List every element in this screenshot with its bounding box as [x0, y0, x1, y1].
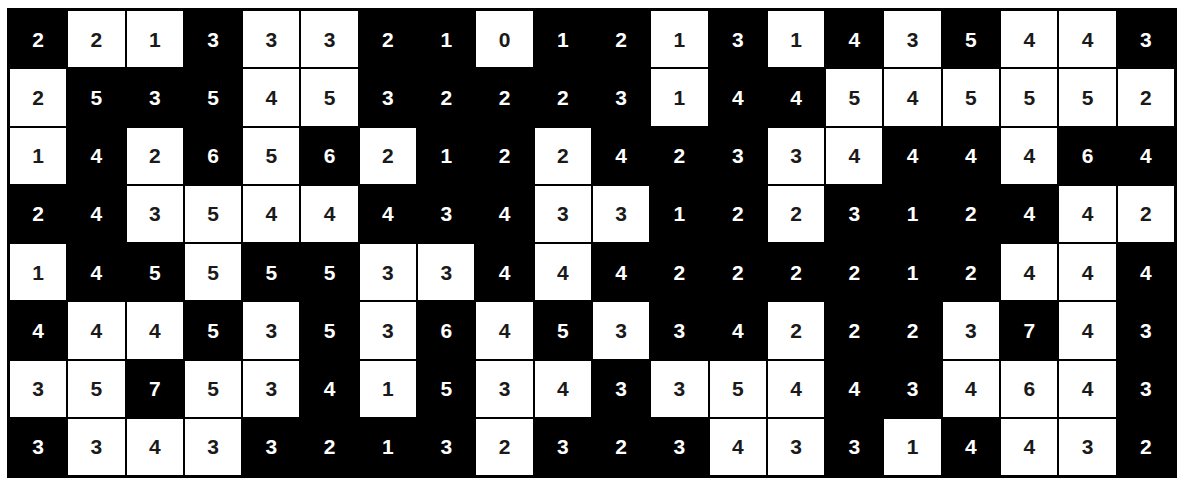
- cell-r8c12[interactable]: 3: [650, 418, 708, 476]
- cell-clue: 4: [965, 145, 977, 166]
- cell-clue: 2: [848, 262, 860, 283]
- cell-clue: 2: [32, 87, 44, 108]
- cell-r3c16[interactable]: 4: [883, 127, 941, 185]
- cell-r3c20[interactable]: 4: [1117, 127, 1175, 185]
- cell-r6c7[interactable]: 3: [359, 301, 417, 359]
- cell-r3c2[interactable]: 4: [67, 127, 125, 185]
- cell-r4c20[interactable]: 2: [1117, 185, 1175, 243]
- cell-clue: 3: [440, 436, 452, 457]
- cell-clue: 5: [91, 378, 103, 399]
- cell-r6c2[interactable]: 4: [67, 301, 125, 359]
- cell-r1c6[interactable]: 3: [300, 10, 358, 68]
- cell-r7c9[interactable]: 3: [475, 360, 533, 418]
- cell-r2c7[interactable]: 3: [359, 68, 417, 126]
- cell-r8c10[interactable]: 3: [534, 418, 592, 476]
- cell-clue: 3: [907, 378, 919, 399]
- cell-clue: 0: [499, 29, 511, 50]
- cell-r6c17[interactable]: 3: [942, 301, 1000, 359]
- cell-clue: 5: [848, 87, 860, 108]
- cell-clue: 3: [790, 145, 802, 166]
- cell-clue: 3: [674, 320, 686, 341]
- cell-r4c2[interactable]: 4: [67, 185, 125, 243]
- cell-clue: 1: [674, 29, 686, 50]
- cell-r4c10[interactable]: 3: [534, 185, 592, 243]
- cell-clue: 5: [324, 87, 336, 108]
- cell-r6c9[interactable]: 4: [475, 301, 533, 359]
- cell-r4c5[interactable]: 4: [242, 185, 300, 243]
- cell-r1c15[interactable]: 4: [825, 10, 883, 68]
- cell-r4c4[interactable]: 5: [184, 185, 242, 243]
- cell-clue: 4: [499, 262, 511, 283]
- cell-r6c8[interactable]: 6: [417, 301, 475, 359]
- cell-r5c8[interactable]: 3: [417, 243, 475, 301]
- cell-clue: 4: [91, 145, 103, 166]
- cell-clue: 3: [557, 436, 569, 457]
- cell-r8c2[interactable]: 3: [67, 418, 125, 476]
- cell-r7c7[interactable]: 1: [359, 360, 417, 418]
- cell-r1c3[interactable]: 1: [126, 10, 184, 68]
- cell-r7c3[interactable]: 7: [126, 360, 184, 418]
- cell-clue: 4: [1082, 378, 1094, 399]
- cell-clue: 4: [1023, 29, 1035, 50]
- cell-r8c13[interactable]: 4: [709, 418, 767, 476]
- cell-clue: 2: [440, 87, 452, 108]
- cell-clue: 3: [615, 87, 627, 108]
- cell-r2c1[interactable]: 2: [9, 68, 67, 126]
- cell-clue: 4: [91, 320, 103, 341]
- cell-r8c6[interactable]: 2: [300, 418, 358, 476]
- cell-clue: 1: [382, 378, 394, 399]
- cell-clue: 3: [382, 87, 394, 108]
- cell-clue: 3: [848, 436, 860, 457]
- cell-r1c18[interactable]: 4: [1000, 10, 1058, 68]
- cell-clue: 2: [557, 87, 569, 108]
- cell-clue: 1: [790, 29, 802, 50]
- cell-r2c9[interactable]: 2: [475, 68, 533, 126]
- cell-r2c15[interactable]: 5: [825, 68, 883, 126]
- cell-r2c10[interactable]: 2: [534, 68, 592, 126]
- cell-clue: 7: [149, 378, 161, 399]
- cell-r3c8[interactable]: 1: [417, 127, 475, 185]
- cell-clue: 1: [907, 203, 919, 224]
- cell-clue: 5: [732, 378, 744, 399]
- cell-clue: 3: [149, 87, 161, 108]
- cell-clue: 3: [149, 203, 161, 224]
- cell-r5c18[interactable]: 4: [1000, 243, 1058, 301]
- cell-clue: 2: [324, 436, 336, 457]
- cell-r7c14[interactable]: 4: [767, 360, 825, 418]
- cell-r6c18[interactable]: 7: [1000, 301, 1058, 359]
- cell-clue: 6: [207, 145, 219, 166]
- cell-r5c19[interactable]: 4: [1058, 243, 1116, 301]
- cell-clue: 3: [265, 29, 277, 50]
- cell-clue: 4: [732, 320, 744, 341]
- cell-r3c17[interactable]: 4: [942, 127, 1000, 185]
- page: 2213332101213143544325354532223144545552…: [0, 0, 1184, 486]
- cell-clue: 4: [615, 145, 627, 166]
- cell-clue: 3: [324, 29, 336, 50]
- cell-r7c16[interactable]: 3: [883, 360, 941, 418]
- cell-r5c5[interactable]: 5: [242, 243, 300, 301]
- cell-r8c15[interactable]: 3: [825, 418, 883, 476]
- cell-r4c15[interactable]: 3: [825, 185, 883, 243]
- cell-r3c6[interactable]: 6: [300, 127, 358, 185]
- cell-clue: 3: [1140, 320, 1152, 341]
- cell-r4c13[interactable]: 2: [709, 185, 767, 243]
- cell-r1c10[interactable]: 1: [534, 10, 592, 68]
- cell-r7c4[interactable]: 5: [184, 360, 242, 418]
- cell-r8c16[interactable]: 1: [883, 418, 941, 476]
- cell-r2c4[interactable]: 5: [184, 68, 242, 126]
- cell-clue: 1: [32, 145, 44, 166]
- cell-clue: 5: [1023, 87, 1035, 108]
- cell-r4c14[interactable]: 2: [767, 185, 825, 243]
- cell-r5c20[interactable]: 4: [1117, 243, 1175, 301]
- cell-r4c1[interactable]: 2: [9, 185, 67, 243]
- cell-clue: 3: [499, 378, 511, 399]
- cell-r2c13[interactable]: 4: [709, 68, 767, 126]
- cell-clue: 2: [674, 145, 686, 166]
- cell-clue: 2: [732, 203, 744, 224]
- cell-r8c7[interactable]: 1: [359, 418, 417, 476]
- cell-clue: 2: [615, 436, 627, 457]
- cell-r3c1[interactable]: 1: [9, 127, 67, 185]
- cell-r1c5[interactable]: 3: [242, 10, 300, 68]
- cell-r4c19[interactable]: 4: [1058, 185, 1116, 243]
- cell-r1c1[interactable]: 2: [9, 10, 67, 68]
- cell-clue: 4: [907, 145, 919, 166]
- cell-clue: 4: [790, 87, 802, 108]
- cell-r6c15[interactable]: 2: [825, 301, 883, 359]
- cell-clue: 3: [265, 320, 277, 341]
- cell-r1c4[interactable]: 3: [184, 10, 242, 68]
- cell-r4c12[interactable]: 1: [650, 185, 708, 243]
- cell-r7c13[interactable]: 5: [709, 360, 767, 418]
- cell-r6c11[interactable]: 3: [592, 301, 650, 359]
- cell-r7c8[interactable]: 5: [417, 360, 475, 418]
- cell-r7c2[interactable]: 5: [67, 360, 125, 418]
- cell-r5c11[interactable]: 4: [592, 243, 650, 301]
- cell-r8c3[interactable]: 4: [126, 418, 184, 476]
- cell-r2c11[interactable]: 3: [592, 68, 650, 126]
- cell-clue: 4: [91, 262, 103, 283]
- cell-clue: 3: [265, 378, 277, 399]
- cell-clue: 4: [732, 87, 744, 108]
- cell-r1c16[interactable]: 3: [883, 10, 941, 68]
- cell-r5c10[interactable]: 4: [534, 243, 592, 301]
- cell-clue: 3: [440, 262, 452, 283]
- cell-clue: 2: [790, 262, 802, 283]
- cell-r2c3[interactable]: 3: [126, 68, 184, 126]
- cell-r3c15[interactable]: 4: [825, 127, 883, 185]
- cell-clue: 3: [440, 203, 452, 224]
- cell-r1c19[interactable]: 4: [1058, 10, 1116, 68]
- cell-r1c20[interactable]: 3: [1117, 10, 1175, 68]
- cell-r1c12[interactable]: 1: [650, 10, 708, 68]
- cell-clue: 3: [732, 145, 744, 166]
- cell-r3c5[interactable]: 5: [242, 127, 300, 185]
- cell-clue: 7: [1023, 320, 1035, 341]
- cell-r4c7[interactable]: 4: [359, 185, 417, 243]
- cell-clue: 4: [499, 203, 511, 224]
- cell-r1c13[interactable]: 3: [709, 10, 767, 68]
- cell-clue: 3: [674, 436, 686, 457]
- cell-clue: 5: [149, 262, 161, 283]
- cell-clue: 6: [440, 320, 452, 341]
- cell-r4c6[interactable]: 4: [300, 185, 358, 243]
- cell-r3c12[interactable]: 2: [650, 127, 708, 185]
- cell-clue: 1: [149, 29, 161, 50]
- cell-clue: 4: [149, 436, 161, 457]
- cell-clue: 2: [499, 436, 511, 457]
- cell-r2c12[interactable]: 1: [650, 68, 708, 126]
- cell-clue: 2: [965, 262, 977, 283]
- cell-clue: 4: [965, 378, 977, 399]
- cell-clue: 4: [1140, 145, 1152, 166]
- cell-clue: 2: [1140, 203, 1152, 224]
- cell-r5c16[interactable]: 1: [883, 243, 941, 301]
- cell-r3c13[interactable]: 3: [709, 127, 767, 185]
- cell-r8c17[interactable]: 4: [942, 418, 1000, 476]
- cell-r6c4[interactable]: 5: [184, 301, 242, 359]
- cell-r8c20[interactable]: 2: [1117, 418, 1175, 476]
- cell-clue: 1: [440, 29, 452, 50]
- cell-clue: 3: [32, 436, 44, 457]
- cell-r1c17[interactable]: 5: [942, 10, 1000, 68]
- cell-r1c9[interactable]: 0: [475, 10, 533, 68]
- cell-r6c1[interactable]: 4: [9, 301, 67, 359]
- cell-clue: 4: [615, 262, 627, 283]
- cell-r5c3[interactable]: 5: [126, 243, 184, 301]
- cell-r8c1[interactable]: 3: [9, 418, 67, 476]
- cell-r7c1[interactable]: 3: [9, 360, 67, 418]
- cell-r3c7[interactable]: 2: [359, 127, 417, 185]
- cell-clue: 4: [1082, 203, 1094, 224]
- cell-clue: 2: [790, 320, 802, 341]
- cell-r2c2[interactable]: 5: [67, 68, 125, 126]
- cell-clue: 5: [91, 87, 103, 108]
- cell-r7c18[interactable]: 6: [1000, 360, 1058, 418]
- cell-clue: 4: [265, 203, 277, 224]
- cell-clue: 3: [674, 378, 686, 399]
- cell-clue: 2: [382, 145, 394, 166]
- cell-clue: 5: [207, 87, 219, 108]
- cell-r5c4[interactable]: 5: [184, 243, 242, 301]
- cell-clue: 4: [499, 320, 511, 341]
- cell-r6c10[interactable]: 5: [534, 301, 592, 359]
- cell-r2c19[interactable]: 5: [1058, 68, 1116, 126]
- cell-r6c5[interactable]: 3: [242, 301, 300, 359]
- cell-clue: 2: [790, 203, 802, 224]
- cell-clue: 3: [382, 262, 394, 283]
- cell-r2c8[interactable]: 2: [417, 68, 475, 126]
- cell-clue: 5: [207, 320, 219, 341]
- cell-clue: 3: [615, 320, 627, 341]
- cell-r8c9[interactable]: 2: [475, 418, 533, 476]
- cell-r1c8[interactable]: 1: [417, 10, 475, 68]
- cell-clue: 1: [382, 436, 394, 457]
- cell-r7c5[interactable]: 3: [242, 360, 300, 418]
- cell-clue: 2: [1140, 87, 1152, 108]
- cell-clue: 4: [557, 262, 569, 283]
- cell-r8c11[interactable]: 2: [592, 418, 650, 476]
- cell-clue: 2: [382, 29, 394, 50]
- cell-clue: 4: [1082, 29, 1094, 50]
- cell-clue: 3: [91, 436, 103, 457]
- cell-clue: 1: [674, 203, 686, 224]
- cell-clue: 3: [848, 203, 860, 224]
- cell-clue: 6: [324, 145, 336, 166]
- cell-r1c7[interactable]: 2: [359, 10, 417, 68]
- cell-r7c6[interactable]: 4: [300, 360, 358, 418]
- cell-r6c12[interactable]: 3: [650, 301, 708, 359]
- cell-clue: 4: [382, 203, 394, 224]
- cell-clue: 4: [557, 378, 569, 399]
- cell-r7c15[interactable]: 4: [825, 360, 883, 418]
- cell-r2c18[interactable]: 5: [1000, 68, 1058, 126]
- cell-clue: 2: [674, 262, 686, 283]
- cell-r5c15[interactable]: 2: [825, 243, 883, 301]
- cell-clue: 5: [265, 145, 277, 166]
- cell-clue: 4: [790, 378, 802, 399]
- cell-clue: 3: [265, 436, 277, 457]
- cell-r2c14[interactable]: 4: [767, 68, 825, 126]
- cell-r7c19[interactable]: 4: [1058, 360, 1116, 418]
- cell-clue: 4: [324, 203, 336, 224]
- cell-clue: 2: [557, 145, 569, 166]
- cell-r4c16[interactable]: 1: [883, 185, 941, 243]
- cell-clue: 4: [91, 203, 103, 224]
- cell-r6c19[interactable]: 4: [1058, 301, 1116, 359]
- cell-r5c7[interactable]: 3: [359, 243, 417, 301]
- cell-r5c17[interactable]: 2: [942, 243, 1000, 301]
- cell-r5c6[interactable]: 5: [300, 243, 358, 301]
- cell-r2c17[interactable]: 5: [942, 68, 1000, 126]
- cell-clue: 2: [91, 29, 103, 50]
- cell-r3c18[interactable]: 4: [1000, 127, 1058, 185]
- cell-r6c20[interactable]: 3: [1117, 301, 1175, 359]
- cell-clue: 2: [732, 262, 744, 283]
- cell-r1c2[interactable]: 2: [67, 10, 125, 68]
- cell-clue: 2: [499, 145, 511, 166]
- cell-r5c9[interactable]: 4: [475, 243, 533, 301]
- cell-r8c8[interactable]: 3: [417, 418, 475, 476]
- cell-clue: 5: [265, 262, 277, 283]
- cell-r8c14[interactable]: 3: [767, 418, 825, 476]
- cell-r2c6[interactable]: 5: [300, 68, 358, 126]
- cell-r1c11[interactable]: 2: [592, 10, 650, 68]
- cell-r3c10[interactable]: 2: [534, 127, 592, 185]
- cell-clue: 4: [1082, 320, 1094, 341]
- cell-clue: 1: [907, 436, 919, 457]
- cell-clue: 3: [790, 436, 802, 457]
- cell-r6c6[interactable]: 5: [300, 301, 358, 359]
- cell-r5c14[interactable]: 2: [767, 243, 825, 301]
- cell-r3c3[interactable]: 2: [126, 127, 184, 185]
- cell-r1c14[interactable]: 1: [767, 10, 825, 68]
- cell-clue: 4: [32, 320, 44, 341]
- cell-clue: 3: [732, 29, 744, 50]
- cell-clue: 2: [615, 29, 627, 50]
- cell-clue: 4: [732, 436, 744, 457]
- cell-r6c13[interactable]: 4: [709, 301, 767, 359]
- cell-clue: 3: [382, 320, 394, 341]
- cell-r7c10[interactable]: 4: [534, 360, 592, 418]
- cell-r4c18[interactable]: 4: [1000, 185, 1058, 243]
- cell-r5c1[interactable]: 1: [9, 243, 67, 301]
- mosaic-board: 2213332101213143544325354532223144545552…: [7, 8, 1177, 478]
- cell-r7c20[interactable]: 3: [1117, 360, 1175, 418]
- cell-clue: 4: [265, 87, 277, 108]
- cell-clue: 3: [207, 29, 219, 50]
- cell-r2c5[interactable]: 4: [242, 68, 300, 126]
- cell-clue: 4: [324, 378, 336, 399]
- cell-r6c16[interactable]: 2: [883, 301, 941, 359]
- cell-clue: 3: [965, 320, 977, 341]
- cell-r4c3[interactable]: 3: [126, 185, 184, 243]
- cell-r3c9[interactable]: 2: [475, 127, 533, 185]
- cell-r6c3[interactable]: 4: [126, 301, 184, 359]
- cell-r5c12[interactable]: 2: [650, 243, 708, 301]
- cell-clue: 3: [1140, 29, 1152, 50]
- cell-r3c4[interactable]: 6: [184, 127, 242, 185]
- cell-r4c17[interactable]: 2: [942, 185, 1000, 243]
- cell-r2c16[interactable]: 4: [883, 68, 941, 126]
- cell-clue: 4: [1140, 262, 1152, 283]
- cell-r7c12[interactable]: 3: [650, 360, 708, 418]
- cell-r4c11[interactable]: 3: [592, 185, 650, 243]
- cell-clue: 5: [207, 203, 219, 224]
- cell-r3c19[interactable]: 6: [1058, 127, 1116, 185]
- cell-clue: 4: [1023, 145, 1035, 166]
- cell-r5c13[interactable]: 2: [709, 243, 767, 301]
- cell-r8c18[interactable]: 4: [1000, 418, 1058, 476]
- cell-clue: 4: [1023, 203, 1035, 224]
- cell-clue: 3: [557, 203, 569, 224]
- cell-clue: 5: [324, 320, 336, 341]
- cell-clue: 5: [440, 378, 452, 399]
- cell-r5c2[interactable]: 4: [67, 243, 125, 301]
- cell-clue: 3: [615, 203, 627, 224]
- cell-clue: 6: [1023, 378, 1035, 399]
- cell-clue: 5: [1082, 87, 1094, 108]
- cell-clue: 2: [848, 320, 860, 341]
- cell-r8c4[interactable]: 3: [184, 418, 242, 476]
- cell-r4c8[interactable]: 3: [417, 185, 475, 243]
- cell-clue: 3: [32, 378, 44, 399]
- cell-r4c9[interactable]: 4: [475, 185, 533, 243]
- cell-r8c5[interactable]: 3: [242, 418, 300, 476]
- cell-r8c19[interactable]: 3: [1058, 418, 1116, 476]
- cell-r3c11[interactable]: 4: [592, 127, 650, 185]
- cell-r7c17[interactable]: 4: [942, 360, 1000, 418]
- cell-clue: 1: [32, 262, 44, 283]
- cell-r3c14[interactable]: 3: [767, 127, 825, 185]
- cell-clue: 2: [1140, 436, 1152, 457]
- cell-r7c11[interactable]: 3: [592, 360, 650, 418]
- cell-clue: 4: [848, 378, 860, 399]
- cell-clue: 3: [907, 29, 919, 50]
- cell-clue: 4: [1023, 436, 1035, 457]
- cell-clue: 4: [1023, 262, 1035, 283]
- cell-r2c20[interactable]: 2: [1117, 68, 1175, 126]
- cell-clue: 2: [32, 203, 44, 224]
- cell-clue: 3: [615, 378, 627, 399]
- cell-clue: 1: [557, 29, 569, 50]
- cell-clue: 5: [965, 87, 977, 108]
- cell-clue: 2: [32, 29, 44, 50]
- cell-r6c14[interactable]: 2: [767, 301, 825, 359]
